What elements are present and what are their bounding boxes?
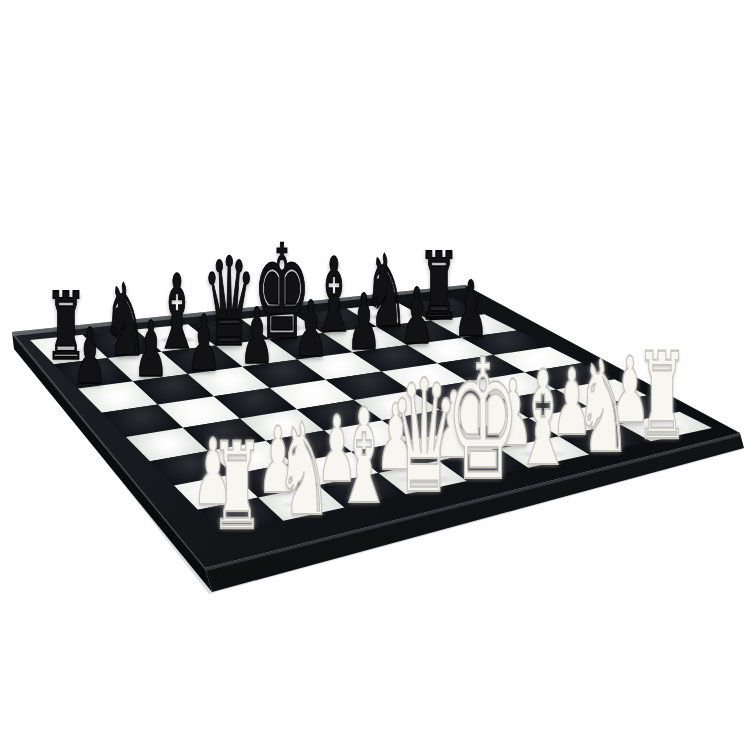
white-knight-glyph: ♞ — [575, 344, 631, 471]
black-pawn-glyph: ♟ — [73, 318, 107, 395]
chess-set-product-photo: ♜♞♝♛♚♝♞♜♟♟♟♟♟♟♟♟♟♟♟♟♟♟♟♟♜♞♝♛♚♝♞♜ — [0, 0, 755, 755]
white-queen-glyph: ♛ — [389, 359, 458, 515]
white-rook-glyph: ♜ — [211, 427, 264, 547]
white-knight-glyph: ♞ — [276, 408, 332, 535]
white-rook-glyph: ♜ — [636, 337, 689, 457]
white-bishop-glyph: ♝ — [335, 392, 393, 523]
black-pawn-glyph: ♟ — [133, 312, 167, 389]
black-pawn-glyph: ♟ — [187, 305, 221, 382]
black-pawn-glyph: ♟ — [294, 291, 328, 368]
black-pawn-glyph: ♟ — [400, 278, 434, 355]
black-pawn-glyph: ♟ — [240, 298, 274, 375]
black-pawn-glyph: ♟ — [347, 285, 381, 362]
